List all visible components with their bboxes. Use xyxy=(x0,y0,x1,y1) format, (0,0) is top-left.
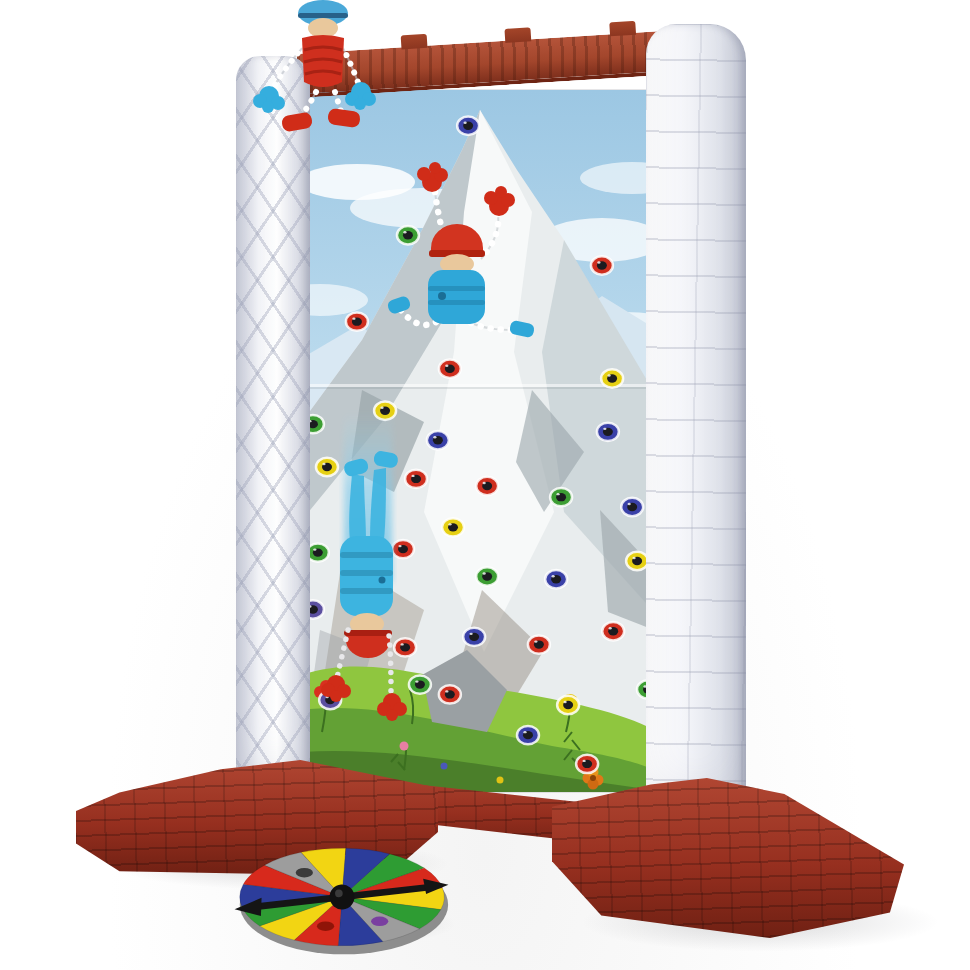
peg-hole-red[interactable] xyxy=(591,256,613,274)
peg-hole-red[interactable] xyxy=(394,638,416,656)
left-pillar xyxy=(236,56,310,804)
peg-hole-red[interactable] xyxy=(528,635,550,653)
blue-flower xyxy=(441,763,448,770)
rail-peg xyxy=(609,21,636,37)
red-boot-left xyxy=(281,112,313,133)
small-yellow-flower xyxy=(497,777,504,784)
peg-hole-blue[interactable] xyxy=(463,628,485,646)
peg-hole-yellow[interactable] xyxy=(442,518,464,536)
peg-hole-green[interactable] xyxy=(409,675,431,693)
peg-hole-yellow[interactable] xyxy=(601,369,623,387)
climber-silhouette-dark-icon xyxy=(296,868,313,878)
peg-hole-blue[interactable] xyxy=(427,431,449,449)
peg-hole-green[interactable] xyxy=(397,226,419,244)
peg-hole-red[interactable] xyxy=(392,540,414,558)
climbing-wall-board xyxy=(302,90,654,792)
peg-hole-red[interactable] xyxy=(602,622,624,640)
product-photo-scene xyxy=(0,0,970,970)
climber-silhouette-purple-icon xyxy=(371,917,388,927)
peg-hole-blue[interactable] xyxy=(517,726,539,744)
peg-hole-yellow[interactable] xyxy=(557,696,579,714)
peg-hole-blue[interactable] xyxy=(621,498,643,516)
spinner[interactable] xyxy=(224,832,460,962)
peg-hole-yellow[interactable] xyxy=(316,458,338,476)
rail-peg xyxy=(504,27,531,43)
peg-hole-red[interactable] xyxy=(346,312,368,330)
rail-peg xyxy=(400,34,427,50)
blue-mitten-left xyxy=(253,86,285,113)
blue-mitten-right xyxy=(345,82,376,110)
peg-hole-red[interactable] xyxy=(439,359,461,377)
peg-hole-red[interactable] xyxy=(576,755,598,773)
peg-hole-green[interactable] xyxy=(476,567,498,585)
climber-silhouette-dark-red-icon xyxy=(317,921,334,931)
torso xyxy=(428,270,485,324)
peg-hole-blue[interactable] xyxy=(457,117,479,135)
peg-hole-yellow[interactable] xyxy=(626,552,648,570)
peg-hole-red[interactable] xyxy=(405,470,427,488)
base-foot-right xyxy=(552,778,904,938)
peg-hole-green[interactable] xyxy=(307,543,329,561)
peg-hole-red[interactable] xyxy=(439,685,461,703)
climber-at-top[interactable] xyxy=(238,0,388,150)
peg-hole-blue[interactable] xyxy=(545,570,567,588)
red-boot-right xyxy=(327,108,361,128)
pink-flower xyxy=(400,742,409,751)
peg-hole-blue[interactable] xyxy=(597,423,619,441)
peg-hole-green[interactable] xyxy=(550,488,572,506)
right-pillar xyxy=(646,24,746,830)
peg-hole-red[interactable] xyxy=(476,477,498,495)
